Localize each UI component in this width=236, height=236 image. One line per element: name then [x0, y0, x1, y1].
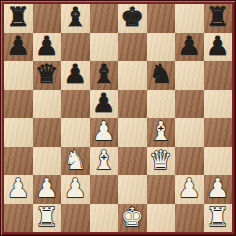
square-h6[interactable]	[204, 61, 233, 90]
square-e5[interactable]	[118, 90, 147, 119]
piece-white-rook[interactable]: ♜	[206, 204, 229, 230]
piece-white-bishop[interactable]: ♝	[149, 118, 172, 144]
square-h1[interactable]: ♜	[204, 204, 233, 233]
square-e4[interactable]	[118, 118, 147, 147]
square-e6[interactable]	[118, 61, 147, 90]
square-b1[interactable]: ♜	[33, 204, 62, 233]
square-d4[interactable]: ♟	[90, 118, 119, 147]
square-c4[interactable]	[61, 118, 90, 147]
piece-black-bishop[interactable]: ♝	[92, 61, 115, 87]
piece-white-king[interactable]: ♚	[121, 204, 144, 230]
piece-black-bishop[interactable]: ♝	[64, 4, 87, 30]
square-a4[interactable]	[4, 118, 33, 147]
square-d3[interactable]: ♝	[90, 147, 119, 176]
chess-board: ♜♝♚♜♟♟♟♟♛♟♝♞♟♟♝♞♝♛♟♟♟♟♟♜♚♜	[4, 4, 232, 232]
piece-black-pawn[interactable]: ♟	[35, 33, 58, 59]
piece-white-queen[interactable]: ♛	[149, 147, 172, 173]
square-g8[interactable]	[175, 4, 204, 33]
square-e7[interactable]	[118, 33, 147, 62]
square-a3[interactable]	[4, 147, 33, 176]
square-h4[interactable]	[204, 118, 233, 147]
square-b3[interactable]	[33, 147, 62, 176]
piece-black-pawn[interactable]: ♟	[178, 33, 201, 59]
square-f2[interactable]	[147, 175, 176, 204]
square-f1[interactable]	[147, 204, 176, 233]
square-g4[interactable]	[175, 118, 204, 147]
square-f5[interactable]	[147, 90, 176, 119]
square-g1[interactable]	[175, 204, 204, 233]
piece-white-knight[interactable]: ♞	[64, 147, 87, 173]
square-f8[interactable]	[147, 4, 176, 33]
piece-white-pawn[interactable]: ♟	[35, 175, 58, 201]
square-g6[interactable]	[175, 61, 204, 90]
square-c8[interactable]: ♝	[61, 4, 90, 33]
square-e2[interactable]	[118, 175, 147, 204]
square-a1[interactable]	[4, 204, 33, 233]
square-h7[interactable]: ♟	[204, 33, 233, 62]
square-a2[interactable]: ♟	[4, 175, 33, 204]
square-h3[interactable]	[204, 147, 233, 176]
square-d1[interactable]	[90, 204, 119, 233]
square-b2[interactable]: ♟	[33, 175, 62, 204]
piece-black-rook[interactable]: ♜	[7, 4, 30, 30]
piece-black-pawn[interactable]: ♟	[7, 33, 30, 59]
square-f6[interactable]: ♞	[147, 61, 176, 90]
square-d5[interactable]: ♟	[90, 90, 119, 119]
piece-black-rook[interactable]: ♜	[206, 4, 229, 30]
square-c5[interactable]	[61, 90, 90, 119]
piece-black-pawn[interactable]: ♟	[92, 90, 115, 116]
piece-white-bishop[interactable]: ♝	[92, 147, 115, 173]
square-g2[interactable]: ♟	[175, 175, 204, 204]
square-h2[interactable]: ♟	[204, 175, 233, 204]
piece-white-pawn[interactable]: ♟	[64, 175, 87, 201]
square-g7[interactable]: ♟	[175, 33, 204, 62]
piece-white-pawn[interactable]: ♟	[92, 118, 115, 144]
square-e3[interactable]	[118, 147, 147, 176]
square-c6[interactable]: ♟	[61, 61, 90, 90]
piece-white-pawn[interactable]: ♟	[206, 175, 229, 201]
square-a7[interactable]: ♟	[4, 33, 33, 62]
square-g3[interactable]	[175, 147, 204, 176]
piece-white-pawn[interactable]: ♟	[7, 175, 30, 201]
square-h5[interactable]	[204, 90, 233, 119]
square-b7[interactable]: ♟	[33, 33, 62, 62]
square-b4[interactable]	[33, 118, 62, 147]
piece-white-pawn[interactable]: ♟	[178, 175, 201, 201]
square-a8[interactable]: ♜	[4, 4, 33, 33]
square-c2[interactable]: ♟	[61, 175, 90, 204]
square-c3[interactable]: ♞	[61, 147, 90, 176]
square-f4[interactable]: ♝	[147, 118, 176, 147]
square-d2[interactable]	[90, 175, 119, 204]
square-g5[interactable]	[175, 90, 204, 119]
square-c1[interactable]	[61, 204, 90, 233]
square-e8[interactable]: ♚	[118, 4, 147, 33]
square-d8[interactable]	[90, 4, 119, 33]
board-frame: ♜♝♚♜♟♟♟♟♛♟♝♞♟♟♝♞♝♛♟♟♟♟♟♜♚♜	[0, 0, 236, 236]
square-d6[interactable]: ♝	[90, 61, 119, 90]
piece-black-pawn[interactable]: ♟	[64, 61, 87, 87]
square-d7[interactable]	[90, 33, 119, 62]
piece-white-rook[interactable]: ♜	[35, 204, 58, 230]
square-a5[interactable]	[4, 90, 33, 119]
square-h8[interactable]: ♜	[204, 4, 233, 33]
square-c7[interactable]	[61, 33, 90, 62]
piece-black-queen[interactable]: ♛	[35, 61, 58, 87]
square-b6[interactable]: ♛	[33, 61, 62, 90]
square-e1[interactable]: ♚	[118, 204, 147, 233]
square-f3[interactable]: ♛	[147, 147, 176, 176]
piece-black-knight[interactable]: ♞	[149, 61, 172, 87]
piece-black-king[interactable]: ♚	[121, 4, 144, 30]
square-f7[interactable]	[147, 33, 176, 62]
square-b5[interactable]	[33, 90, 62, 119]
piece-black-pawn[interactable]: ♟	[206, 33, 229, 59]
square-b8[interactable]	[33, 4, 62, 33]
square-a6[interactable]	[4, 61, 33, 90]
